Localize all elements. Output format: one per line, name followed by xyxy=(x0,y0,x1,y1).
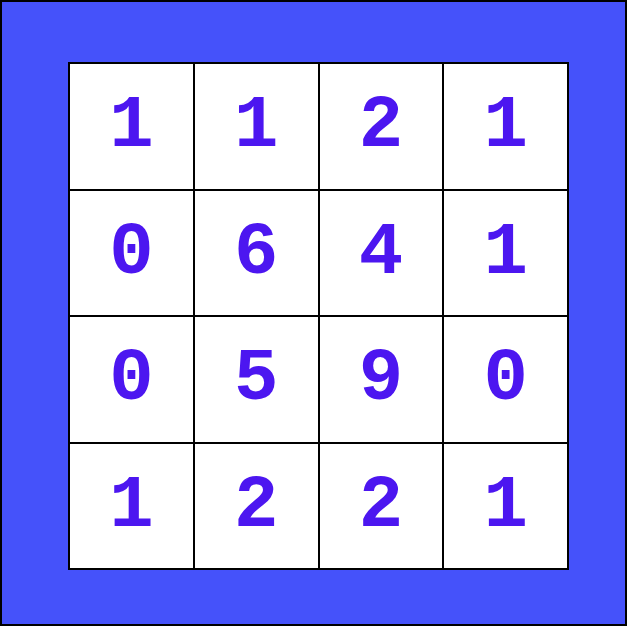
grid-cell-r3c1: 0 xyxy=(70,317,193,442)
number-grid: 1121064105901221 xyxy=(68,62,569,570)
grid-cell-r2c2: 6 xyxy=(195,191,318,316)
grid-cell-r2c4: 1 xyxy=(444,191,567,316)
grid-cell-r4c3: 2 xyxy=(320,444,443,569)
grid-cell-r3c2: 5 xyxy=(195,317,318,442)
grid-cell-r1c3: 2 xyxy=(320,64,443,189)
grid-cell-r3c4: 0 xyxy=(444,317,567,442)
puzzle-frame: 1121064105901221 xyxy=(0,0,627,626)
grid-cell-r2c3: 4 xyxy=(320,191,443,316)
grid-cell-r4c1: 1 xyxy=(70,444,193,569)
grid-cell-r3c3: 9 xyxy=(320,317,443,442)
grid-cell-r1c2: 1 xyxy=(195,64,318,189)
grid-cell-r1c1: 1 xyxy=(70,64,193,189)
grid-cell-r4c2: 2 xyxy=(195,444,318,569)
grid-cell-r2c1: 0 xyxy=(70,191,193,316)
grid-cell-r4c4: 1 xyxy=(444,444,567,569)
grid-cell-r1c4: 1 xyxy=(444,64,567,189)
